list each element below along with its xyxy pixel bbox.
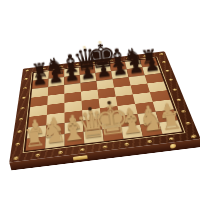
chess-set-photo: ♜♞♝♛♚♝♞♜♟♟♟♟♟♟♟♟♟♟♟♟♟♟♟♟♜♞♝♛♚♝♞♜ [0,0,200,200]
piece-black-pawn[interactable]: ♟ [127,58,144,77]
piece-black-pawn[interactable]: ♟ [111,60,128,79]
piece-black-pawn[interactable]: ♟ [143,56,160,75]
medallion-inlay [146,140,151,144]
square-h5[interactable] [147,81,167,92]
piece-black-pawn[interactable]: ♟ [95,62,112,81]
board-grid[interactable]: ♜♞♝♛♚♝♞♜♟♟♟♟♟♟♟♟♟♟♟♟♟♟♟♟♜♞♝♛♚♝♞♜ [26,58,182,151]
square-h1[interactable]: ♜ [159,120,182,134]
medallion-inlay [13,156,18,160]
piece-black-pawn[interactable]: ♟ [79,64,96,83]
medallion-inlay [124,142,129,146]
piece-white-rook[interactable]: ♜ [158,107,183,134]
medallion-inlay [168,137,174,141]
finial-dot [107,101,111,105]
perspective-wrap: ♜♞♝♛♚♝♞♜♟♟♟♟♟♟♟♟♟♟♟♟♟♟♟♟♜♞♝♛♚♝♞♜ [7,7,190,190]
medallion-inlay [162,61,166,63]
medallion-inlay [15,142,20,145]
piece-black-pawn[interactable]: ♟ [47,68,64,87]
medallion-inlay [190,134,196,137]
brass-clasp-knob [170,144,176,149]
medallion-inlay [102,145,107,149]
medallion-inlay [58,150,63,154]
medallion-inlay [172,88,177,91]
square-a5[interactable] [30,96,48,107]
medallion-inlay [24,78,28,80]
scene: ♜♞♝♛♚♝♞♜♟♟♟♟♟♟♟♟♟♟♟♟♟♟♟♟♜♞♝♛♚♝♞♜ [8,10,191,193]
piece-black-pawn[interactable]: ♟ [63,66,80,85]
medallion-inlay [176,98,181,101]
piece-black-pawn[interactable]: ♟ [31,70,48,89]
finial-dot [98,41,101,44]
medallion-inlay [20,107,24,110]
chess-board: ♜♞♝♛♚♝♞♜♟♟♟♟♟♟♟♟♟♟♟♟♟♟♟♟♜♞♝♛♚♝♞♜ [9,51,200,162]
medallion-inlay [80,148,85,152]
square-c5[interactable] [64,92,81,103]
medallion-inlay [23,87,27,89]
brass-hinge [73,155,88,160]
square-g1[interactable]: ♞ [140,122,162,136]
medallion-inlay [19,118,24,121]
medallion-inlay [185,121,191,124]
inlay-border: ♜♞♝♛♚♝♞♜♟♟♟♟♟♟♟♟♟♟♟♟♟♟♟♟♜♞♝♛♚♝♞♜ [23,57,186,153]
medallion-inlay [17,129,22,132]
medallion-inlay [26,69,30,71]
medallion-inlay [165,69,170,71]
medallion-inlay [181,109,186,112]
medallion-inlay [169,78,174,80]
medallion-inlay [159,53,163,55]
medallion-inlay [22,96,26,99]
medallion-inlay [35,153,40,157]
